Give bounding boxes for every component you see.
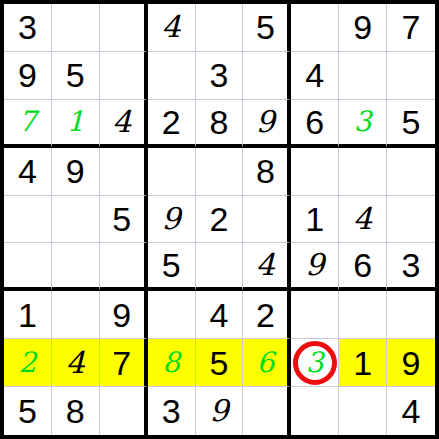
cell-r8c5[interactable]: 5: [196, 339, 244, 387]
pen-digit: 4: [353, 204, 372, 234]
given-digit: 2: [210, 202, 229, 236]
cell-r5c8[interactable]: 4: [339, 196, 387, 244]
given-digit: 9: [18, 58, 37, 92]
cell-r6c6[interactable]: 4: [243, 243, 291, 291]
cell-r7c3[interactable]: 9: [100, 291, 148, 339]
cell-r2c2[interactable]: 5: [52, 52, 100, 100]
cell-r4c1[interactable]: 4: [4, 148, 52, 196]
given-digit: 9: [353, 10, 372, 44]
cell-r6c3[interactable]: [100, 243, 148, 291]
cell-r4c4[interactable]: [148, 148, 196, 196]
cell-r1c1[interactable]: 3: [4, 4, 52, 52]
given-digit: 2: [162, 105, 181, 139]
pen-digit: 4: [112, 107, 131, 137]
given-digit: 7: [402, 10, 421, 44]
cell-r7c1[interactable]: 1: [4, 291, 52, 339]
cell-r5c7[interactable]: 1: [291, 196, 339, 244]
cell-r9c7[interactable]: [291, 387, 339, 435]
given-digit: 3: [402, 248, 421, 282]
given-digit: 4: [402, 394, 421, 428]
cell-r4c3[interactable]: [100, 148, 148, 196]
cell-r2c9[interactable]: [387, 52, 435, 100]
cell-r9c5[interactable]: 9: [196, 387, 244, 435]
mark-digit: 8: [162, 349, 180, 377]
cell-r4c8[interactable]: [339, 148, 387, 196]
cell-r3c7[interactable]: 6: [291, 100, 339, 148]
given-digit: 3: [18, 10, 37, 44]
cell-r3c9[interactable]: 5: [387, 100, 435, 148]
cell-r1c9[interactable]: 7: [387, 4, 435, 52]
cell-r5c1[interactable]: [4, 196, 52, 244]
cell-r5c2[interactable]: [52, 196, 100, 244]
cell-r8c3[interactable]: 7: [100, 339, 148, 387]
cell-r4c9[interactable]: [387, 148, 435, 196]
cell-r7c8[interactable]: [339, 291, 387, 339]
given-digit: 6: [353, 248, 372, 282]
cell-r6c4[interactable]: 5: [148, 243, 196, 291]
mark-digit: 6: [256, 349, 274, 377]
cell-r2c1[interactable]: 9: [4, 52, 52, 100]
given-digit: 9: [402, 346, 421, 380]
given-digit: 7: [112, 346, 131, 380]
cell-r3c2[interactable]: 1: [52, 100, 100, 148]
mark-digit: 1: [66, 108, 84, 136]
cell-r4c5[interactable]: [196, 148, 244, 196]
cell-r9c3[interactable]: [100, 387, 148, 435]
given-digit: 4: [210, 298, 229, 332]
pen-digit: 9: [209, 396, 228, 426]
pen-digit: 4: [66, 348, 85, 378]
cell-r6c7[interactable]: 9: [291, 243, 339, 291]
cell-r6c1[interactable]: [4, 243, 52, 291]
given-digit: 3: [210, 58, 229, 92]
cell-r7c5[interactable]: 4: [196, 291, 244, 339]
cell-r9c2[interactable]: 8: [52, 387, 100, 435]
given-digit: 8: [210, 105, 229, 139]
pen-digit: 9: [305, 250, 324, 280]
cell-r1c6[interactable]: 5: [243, 4, 291, 52]
mark-digit: 3: [354, 108, 372, 136]
cell-r4c7[interactable]: [291, 148, 339, 196]
cell-r8c8[interactable]: 1: [339, 339, 387, 387]
cell-r9c1[interactable]: 5: [4, 387, 52, 435]
cell-r8c4[interactable]: 8: [148, 339, 196, 387]
cell-r2c6[interactable]: [243, 52, 291, 100]
cell-r7c7[interactable]: [291, 291, 339, 339]
given-digit: 8: [256, 154, 275, 188]
given-digit: 5: [402, 105, 421, 139]
given-digit: 5: [210, 346, 229, 380]
cell-r3c4[interactable]: 2: [148, 100, 196, 148]
cell-r5c9[interactable]: [387, 196, 435, 244]
mark-digit: 7: [19, 108, 37, 136]
sudoku-board: 3459795347142896354985921454963194224785…: [0, 0, 439, 439]
cell-r8c1[interactable]: 2: [4, 339, 52, 387]
cell-r1c8[interactable]: 9: [339, 4, 387, 52]
cell-r3c6[interactable]: 9: [243, 100, 291, 148]
cell-r1c4[interactable]: 4: [148, 4, 196, 52]
cell-r1c3[interactable]: [100, 4, 148, 52]
given-digit: 6: [305, 105, 324, 139]
given-digit: 4: [18, 154, 37, 188]
given-digit: 8: [66, 394, 85, 428]
cell-r6c8[interactable]: 6: [339, 243, 387, 291]
pen-digit: 9: [256, 107, 275, 137]
cell-r2c3[interactable]: [100, 52, 148, 100]
cell-r8c2[interactable]: 4: [52, 339, 100, 387]
cell-r3c3[interactable]: 4: [100, 100, 148, 148]
pen-digit: 4: [256, 250, 275, 280]
cell-r4c6[interactable]: 8: [243, 148, 291, 196]
given-digit: 5: [66, 58, 85, 92]
given-digit: 1: [18, 298, 37, 332]
cell-r5c6[interactable]: [243, 196, 291, 244]
given-digit: 5: [256, 10, 275, 44]
cell-r3c1[interactable]: 7: [4, 100, 52, 148]
given-digit: 9: [112, 298, 131, 332]
cell-r3c5[interactable]: 8: [196, 100, 244, 148]
given-digit: 1: [305, 202, 324, 236]
cell-r7c4[interactable]: [148, 291, 196, 339]
pen-digit: 9: [162, 204, 181, 234]
mark-digit: 3: [306, 349, 324, 377]
cell-r6c5[interactable]: [196, 243, 244, 291]
given-digit: 2: [256, 298, 275, 332]
given-digit: 5: [18, 394, 37, 428]
cell-r9c8[interactable]: [339, 387, 387, 435]
cell-r3c8[interactable]: 3: [339, 100, 387, 148]
given-digit: 5: [112, 202, 131, 236]
cell-r8c7[interactable]: 3: [291, 339, 339, 387]
cell-r7c9[interactable]: [387, 291, 435, 339]
cell-r4c2[interactable]: 9: [52, 148, 100, 196]
given-digit: 5: [162, 248, 181, 282]
cell-r5c4[interactable]: 9: [148, 196, 196, 244]
cell-r2c4[interactable]: [148, 52, 196, 100]
mark-digit: 2: [19, 349, 37, 377]
pen-digit: 4: [162, 12, 181, 42]
cell-r9c9[interactable]: 4: [387, 387, 435, 435]
cell-r5c3[interactable]: 5: [100, 196, 148, 244]
cell-r7c6[interactable]: 2: [243, 291, 291, 339]
given-digit: 3: [162, 394, 181, 428]
cell-r6c9[interactable]: 3: [387, 243, 435, 291]
cell-r2c8[interactable]: [339, 52, 387, 100]
cell-r2c5[interactable]: 3: [196, 52, 244, 100]
cell-r9c4[interactable]: 3: [148, 387, 196, 435]
cell-r6c2[interactable]: [52, 243, 100, 291]
cell-r9c6[interactable]: [243, 387, 291, 435]
cell-r1c5[interactable]: [196, 4, 244, 52]
given-digit: 9: [66, 154, 85, 188]
cell-r1c2[interactable]: [52, 4, 100, 52]
cell-r8c6[interactable]: 6: [243, 339, 291, 387]
cell-r1c7[interactable]: [291, 4, 339, 52]
given-digit: 1: [353, 346, 372, 380]
cell-r8c9[interactable]: 9: [387, 339, 435, 387]
cell-r5c5[interactable]: 2: [196, 196, 244, 244]
given-digit: 4: [305, 58, 324, 92]
cell-r2c7[interactable]: 4: [291, 52, 339, 100]
cell-r7c2[interactable]: [52, 291, 100, 339]
